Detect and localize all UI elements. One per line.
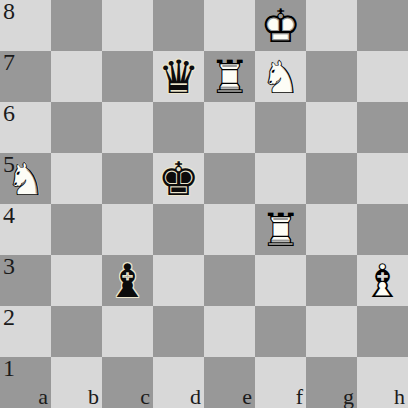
square-e6[interactable]	[204, 102, 255, 153]
piece-white-knight-a5[interactable]: ♞♘	[0, 153, 51, 204]
square-h7[interactable]	[357, 51, 408, 102]
square-h5[interactable]	[357, 153, 408, 204]
square-g3[interactable]	[306, 255, 357, 306]
square-g2[interactable]	[306, 306, 357, 357]
square-d1[interactable]	[153, 357, 204, 408]
piece-white-king-f8[interactable]: ♚♔	[255, 0, 306, 51]
square-b7[interactable]	[51, 51, 102, 102]
square-f5[interactable]	[255, 153, 306, 204]
white-bishop-outline-glyph: ♗	[357, 255, 408, 306]
square-a7[interactable]	[0, 51, 51, 102]
square-d2[interactable]	[153, 306, 204, 357]
square-e3[interactable]	[204, 255, 255, 306]
square-b1[interactable]	[51, 357, 102, 408]
square-a5[interactable]: ♞♘	[0, 153, 51, 204]
square-a3[interactable]	[0, 255, 51, 306]
chess-board: ♚♔♛♜♖♞♘♞♘♚♜♖♝♝♗ 8 7 6 5 4 3 2 1 a b c d …	[0, 0, 408, 408]
square-c6[interactable]	[102, 102, 153, 153]
white-knight-outline-glyph: ♘	[0, 153, 51, 204]
piece-black-king-d5[interactable]: ♚	[153, 153, 204, 204]
square-c2[interactable]	[102, 306, 153, 357]
square-b2[interactable]	[51, 306, 102, 357]
square-g7[interactable]	[306, 51, 357, 102]
square-h1[interactable]	[357, 357, 408, 408]
square-d7[interactable]: ♛	[153, 51, 204, 102]
piece-white-rook-f4[interactable]: ♜♖	[255, 204, 306, 255]
square-h4[interactable]	[357, 204, 408, 255]
square-b6[interactable]	[51, 102, 102, 153]
square-b3[interactable]	[51, 255, 102, 306]
square-c4[interactable]	[102, 204, 153, 255]
square-e5[interactable]	[204, 153, 255, 204]
square-f6[interactable]	[255, 102, 306, 153]
square-c7[interactable]	[102, 51, 153, 102]
square-c3[interactable]: ♝	[102, 255, 153, 306]
square-g8[interactable]	[306, 0, 357, 51]
square-b5[interactable]	[51, 153, 102, 204]
square-b8[interactable]	[51, 0, 102, 51]
square-a8[interactable]	[0, 0, 51, 51]
square-c5[interactable]	[102, 153, 153, 204]
square-c1[interactable]	[102, 357, 153, 408]
piece-black-queen-d7[interactable]: ♛	[153, 51, 204, 102]
square-f3[interactable]	[255, 255, 306, 306]
square-a1[interactable]	[0, 357, 51, 408]
square-g5[interactable]	[306, 153, 357, 204]
black-king-glyph: ♚	[153, 153, 204, 204]
square-a6[interactable]	[0, 102, 51, 153]
piece-black-bishop-c3[interactable]: ♝	[102, 255, 153, 306]
square-f2[interactable]	[255, 306, 306, 357]
square-e8[interactable]	[204, 0, 255, 51]
square-d6[interactable]	[153, 102, 204, 153]
square-e2[interactable]	[204, 306, 255, 357]
piece-white-knight-f7[interactable]: ♞♘	[255, 51, 306, 102]
square-h8[interactable]	[357, 0, 408, 51]
black-bishop-glyph: ♝	[102, 255, 153, 306]
white-rook-outline-glyph: ♖	[204, 51, 255, 102]
square-d3[interactable]	[153, 255, 204, 306]
square-b4[interactable]	[51, 204, 102, 255]
piece-white-rook-e7[interactable]: ♜♖	[204, 51, 255, 102]
square-d4[interactable]	[153, 204, 204, 255]
square-h3[interactable]: ♝♗	[357, 255, 408, 306]
square-e1[interactable]	[204, 357, 255, 408]
square-e7[interactable]: ♜♖	[204, 51, 255, 102]
square-f4[interactable]: ♜♖	[255, 204, 306, 255]
white-king-outline-glyph: ♔	[255, 0, 306, 51]
black-queen-glyph: ♛	[153, 51, 204, 102]
square-a2[interactable]	[0, 306, 51, 357]
square-e4[interactable]	[204, 204, 255, 255]
white-rook-outline-glyph: ♖	[255, 204, 306, 255]
square-h6[interactable]	[357, 102, 408, 153]
piece-white-bishop-h3[interactable]: ♝♗	[357, 255, 408, 306]
square-g1[interactable]	[306, 357, 357, 408]
square-f7[interactable]: ♞♘	[255, 51, 306, 102]
square-g4[interactable]	[306, 204, 357, 255]
square-f8[interactable]: ♚♔	[255, 0, 306, 51]
white-knight-outline-glyph: ♘	[255, 51, 306, 102]
square-h2[interactable]	[357, 306, 408, 357]
square-a4[interactable]	[0, 204, 51, 255]
square-d8[interactable]	[153, 0, 204, 51]
square-g6[interactable]	[306, 102, 357, 153]
square-f1[interactable]	[255, 357, 306, 408]
square-d5[interactable]: ♚	[153, 153, 204, 204]
square-c8[interactable]	[102, 0, 153, 51]
